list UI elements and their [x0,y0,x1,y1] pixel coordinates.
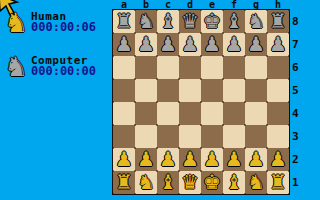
player-clock: 000:00:00 [31,66,96,77]
black-pawn: ♟ [225,33,243,56]
square-g5[interactable] [245,79,267,102]
square-h4[interactable] [267,102,289,125]
square-h8[interactable]: ♜ [267,10,289,33]
square-b1[interactable]: ♞ [135,171,157,194]
black-king: ♚ [203,10,221,33]
square-b6[interactable] [135,56,157,79]
square-g8[interactable]: ♞ [245,10,267,33]
square-a8[interactable]: ♜ [113,10,135,33]
square-h2[interactable]: ♟ [267,148,289,171]
white-bishop: ♝ [225,171,243,194]
white-pawn: ♟ [159,148,177,171]
rank-label-3: 3 [292,125,304,148]
square-b8[interactable]: ♞ [135,10,157,33]
white-knight: ♞ [137,171,155,194]
file-label-g: g [245,0,267,9]
rank-label-8: 8 [292,10,304,33]
square-a5[interactable] [113,79,135,102]
black-pawn: ♟ [203,33,221,56]
square-e7[interactable]: ♟ [201,33,223,56]
black-pawn: ♟ [137,33,155,56]
black-queen: ♛ [181,10,199,33]
square-g3[interactable] [245,125,267,148]
square-h6[interactable] [267,56,289,79]
white-queen: ♛ [181,171,199,194]
chess-app-screen: ♞ Human 000:00:06 ♞ Computer 000:00:00 a… [0,0,320,200]
file-label-d: d [179,0,201,9]
white-pawn: ♟ [225,148,243,171]
rank-labels: 87654321 [292,10,304,194]
square-h7[interactable]: ♟ [267,33,289,56]
square-c6[interactable] [157,56,179,79]
square-e3[interactable] [201,125,223,148]
file-labels: abcdefgh [113,0,289,9]
square-c7[interactable]: ♟ [157,33,179,56]
square-g7[interactable]: ♟ [245,33,267,56]
black-rook: ♜ [269,10,287,33]
square-e5[interactable] [201,79,223,102]
square-e8[interactable]: ♚ [201,10,223,33]
board-squares: ♜♞♝♛♚♝♞♜♟♟♟♟♟♟♟♟♟♟♟♟♟♟♟♟♜♞♝♛♚♝♞♜ [113,10,289,194]
white-pawn: ♟ [269,148,287,171]
square-b4[interactable] [135,102,157,125]
square-c2[interactable]: ♟ [157,148,179,171]
square-g4[interactable] [245,102,267,125]
white-pawn: ♟ [203,148,221,171]
file-label-e: e [201,0,223,9]
black-bishop: ♝ [225,10,243,33]
square-b7[interactable]: ♟ [135,33,157,56]
square-c8[interactable]: ♝ [157,10,179,33]
black-knight: ♞ [137,10,155,33]
square-b3[interactable] [135,125,157,148]
square-e6[interactable] [201,56,223,79]
square-f3[interactable] [223,125,245,148]
square-a6[interactable] [113,56,135,79]
square-f8[interactable]: ♝ [223,10,245,33]
square-f7[interactable]: ♟ [223,33,245,56]
player-clock: 000:00:06 [31,22,96,33]
white-pawn: ♟ [181,148,199,171]
square-b5[interactable] [135,79,157,102]
rank-label-5: 5 [292,79,304,102]
white-knight: ♞ [247,171,265,194]
square-h3[interactable] [267,125,289,148]
rank-label-2: 2 [292,148,304,171]
player-panel-computer: ♞ Computer 000:00:00 [2,56,110,86]
black-knight: ♞ [247,10,265,33]
chess-board: ♜♞♝♛♚♝♞♜♟♟♟♟♟♟♟♟♟♟♟♟♟♟♟♟♜♞♝♛♚♝♞♜ [112,9,290,195]
square-d6[interactable] [179,56,201,79]
file-label-f: f [223,0,245,9]
square-e2[interactable]: ♟ [201,148,223,171]
black-bishop: ♝ [159,10,177,33]
square-a1[interactable]: ♜ [113,171,135,194]
file-label-b: b [135,0,157,9]
square-a7[interactable]: ♟ [113,33,135,56]
square-d8[interactable]: ♛ [179,10,201,33]
square-f2[interactable]: ♟ [223,148,245,171]
knight-icon: ♞ [2,9,30,37]
square-c5[interactable] [157,79,179,102]
square-f5[interactable] [223,79,245,102]
white-bishop: ♝ [159,171,177,194]
white-rook: ♜ [269,171,287,194]
rank-label-7: 7 [292,33,304,56]
square-d7[interactable]: ♟ [179,33,201,56]
square-g6[interactable] [245,56,267,79]
black-pawn: ♟ [269,33,287,56]
square-c4[interactable] [157,102,179,125]
square-f6[interactable] [223,56,245,79]
black-pawn: ♟ [115,33,133,56]
square-g2[interactable]: ♟ [245,148,267,171]
white-rook: ♜ [115,171,133,194]
square-d2[interactable]: ♟ [179,148,201,171]
white-pawn: ♟ [115,148,133,171]
white-pawn: ♟ [247,148,265,171]
square-g1[interactable]: ♞ [245,171,267,194]
square-d5[interactable] [179,79,201,102]
square-a3[interactable] [113,125,135,148]
square-e4[interactable] [201,102,223,125]
square-d1[interactable]: ♛ [179,171,201,194]
square-h1[interactable]: ♜ [267,171,289,194]
square-d3[interactable] [179,125,201,148]
black-pawn: ♟ [159,33,177,56]
square-d4[interactable] [179,102,201,125]
black-pawn: ♟ [247,33,265,56]
square-a2[interactable]: ♟ [113,148,135,171]
square-a4[interactable] [113,102,135,125]
square-c3[interactable] [157,125,179,148]
white-pawn: ♟ [137,148,155,171]
square-h5[interactable] [267,79,289,102]
black-pawn: ♟ [181,33,199,56]
file-label-a: a [113,0,135,9]
square-f1[interactable]: ♝ [223,171,245,194]
player-panel-human: ♞ Human 000:00:06 [2,12,110,42]
rank-label-1: 1 [292,171,304,194]
square-c1[interactable]: ♝ [157,171,179,194]
file-label-c: c [157,0,179,9]
rank-label-6: 6 [292,56,304,79]
square-e1[interactable]: ♚ [201,171,223,194]
black-rook: ♜ [115,10,133,33]
white-king: ♚ [203,171,221,194]
file-label-h: h [267,0,289,9]
rank-label-4: 4 [292,102,304,125]
square-b2[interactable]: ♟ [135,148,157,171]
square-f4[interactable] [223,102,245,125]
knight-icon: ♞ [2,53,30,81]
